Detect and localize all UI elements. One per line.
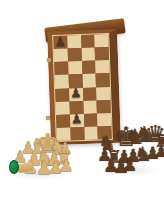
board-square	[83, 100, 97, 114]
board-square	[95, 60, 109, 74]
board-square	[70, 127, 84, 141]
hinge-icon	[46, 116, 50, 120]
board-square	[83, 87, 97, 101]
board-square	[67, 48, 81, 62]
board-square	[55, 75, 69, 89]
board-square	[56, 114, 70, 128]
board-square	[54, 49, 68, 63]
lying-piece-with-felt-base	[9, 159, 37, 178]
board-square	[97, 100, 111, 114]
board-square	[67, 35, 81, 49]
board-square	[82, 61, 96, 75]
board-square	[96, 73, 110, 87]
magnetic-pawn: ♟	[70, 86, 82, 99]
board-square	[81, 35, 95, 49]
board-square	[94, 34, 108, 48]
board-square	[55, 88, 69, 102]
board-square	[96, 87, 110, 101]
magnetic-pawn: ♟	[71, 112, 83, 125]
board-square	[95, 47, 109, 61]
magnetic-pawn: ♟	[54, 34, 66, 47]
board-square	[82, 74, 96, 88]
board-square	[81, 48, 95, 62]
hinge-icon	[47, 58, 51, 62]
board-square	[55, 101, 69, 115]
board-square	[84, 126, 98, 140]
board-square	[54, 62, 68, 76]
green-felt-base	[9, 160, 19, 174]
board-square	[97, 113, 111, 127]
product-photo-scene: ♟♟♟ ♚♝♞♟♟♟♟♞♟♜♟♟♟♟ ♞♚♞♞♛♜♟♜♟♟♞♟♟♟♟♟	[0, 0, 164, 200]
board-square	[83, 113, 97, 127]
board-square	[68, 61, 82, 75]
light-piece-pawn: ♟	[59, 158, 73, 174]
dark-piece-pawn: ♟	[154, 144, 164, 160]
board-grid: ♟♟♟	[53, 34, 112, 141]
dark-piece-pawn: ♟	[122, 157, 137, 174]
